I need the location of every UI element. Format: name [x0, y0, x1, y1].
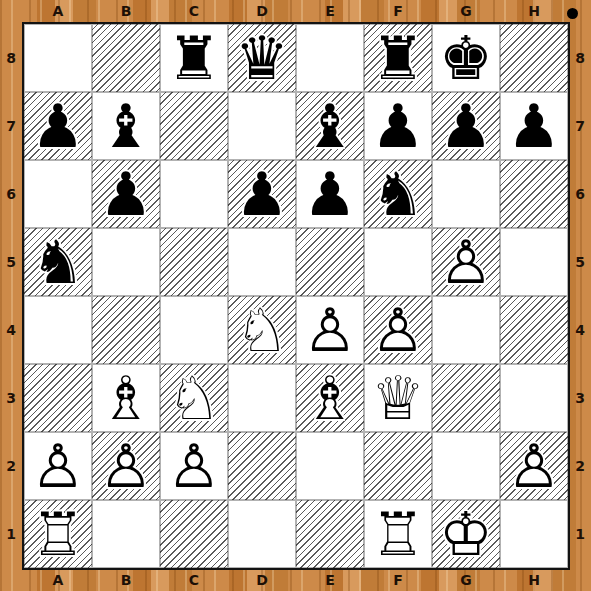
square-e5[interactable] [296, 228, 364, 296]
square-a3[interactable] [24, 364, 92, 432]
piece-fill-layer: ♟ [296, 296, 364, 364]
square-b6[interactable]: ♟♟ [92, 160, 160, 228]
square-e4[interactable]: ♟♙ [296, 296, 364, 364]
piece-fill-layer: ♟ [432, 92, 500, 160]
square-c3[interactable]: ♞♘ [160, 364, 228, 432]
file-labels-bottom: ABCDEFGH [24, 568, 568, 591]
square-d2[interactable] [228, 432, 296, 500]
piece-black-pawn-a7: ♟♟ [24, 92, 92, 160]
file-label-top-b: B [92, 0, 160, 22]
piece-fill-layer: ♚ [432, 24, 500, 92]
piece-fill-layer: ♟ [92, 432, 160, 500]
square-b8[interactable] [92, 24, 160, 92]
piece-glyph: ♖ [364, 500, 432, 568]
square-d5[interactable] [228, 228, 296, 296]
piece-black-pawn-h7: ♟♟ [500, 92, 568, 160]
piece-white-queen-f3: ♛♕ [364, 364, 432, 432]
piece-fill-layer: ♟ [24, 432, 92, 500]
file-label-bottom-f: F [364, 568, 432, 591]
piece-fill-layer: ♜ [24, 500, 92, 568]
square-d6[interactable]: ♟♟ [228, 160, 296, 228]
rank-label-left-1: 1 [0, 500, 22, 568]
piece-glyph: ♙ [432, 228, 500, 296]
piece-black-pawn-e6: ♟♟ [296, 160, 364, 228]
piece-white-bishop-b3: ♝♗ [92, 364, 160, 432]
piece-fill-layer: ♟ [228, 160, 296, 228]
rank-label-left-7: 7 [0, 92, 22, 160]
square-f5[interactable] [364, 228, 432, 296]
piece-glyph: ♜ [160, 24, 228, 92]
piece-glyph: ♔ [432, 500, 500, 568]
piece-black-pawn-g7: ♟♟ [432, 92, 500, 160]
square-h7[interactable]: ♟♟ [500, 92, 568, 160]
piece-fill-layer: ♟ [296, 160, 364, 228]
piece-white-pawn-g5: ♟♙ [432, 228, 500, 296]
piece-glyph: ♜ [364, 24, 432, 92]
piece-glyph: ♟ [24, 92, 92, 160]
piece-glyph: ♙ [364, 296, 432, 364]
square-b3[interactable]: ♝♗ [92, 364, 160, 432]
square-c5[interactable] [160, 228, 228, 296]
square-h8[interactable] [500, 24, 568, 92]
board: ♜♜♛♛♜♜♚♚♟♟♝♝♝♝♟♟♟♟♟♟♟♟♟♟♟♟♞♞♞♞♟♙♞♘♟♙♟♙♝♗… [22, 22, 570, 570]
square-g6[interactable] [432, 160, 500, 228]
piece-black-knight-a5: ♞♞ [24, 228, 92, 296]
rank-label-right-3: 3 [569, 364, 591, 432]
piece-fill-layer: ♜ [364, 500, 432, 568]
square-e3[interactable]: ♝♗ [296, 364, 364, 432]
piece-fill-layer: ♟ [500, 92, 568, 160]
square-h3[interactable] [500, 364, 568, 432]
piece-glyph: ♗ [92, 364, 160, 432]
file-label-top-h: H [500, 0, 568, 22]
square-b2[interactable]: ♟♙ [92, 432, 160, 500]
piece-fill-layer: ♟ [160, 432, 228, 500]
square-f7[interactable]: ♟♟ [364, 92, 432, 160]
square-e8[interactable] [296, 24, 364, 92]
square-g8[interactable]: ♚♚ [432, 24, 500, 92]
piece-glyph: ♚ [432, 24, 500, 92]
piece-black-queen-d8: ♛♛ [228, 24, 296, 92]
piece-white-pawn-a2: ♟♙ [24, 432, 92, 500]
piece-fill-layer: ♟ [500, 432, 568, 500]
rank-labels-left: 87654321 [0, 24, 22, 568]
piece-fill-layer: ♜ [160, 24, 228, 92]
piece-fill-layer: ♛ [364, 364, 432, 432]
piece-white-pawn-b2: ♟♙ [92, 432, 160, 500]
piece-glyph: ♟ [500, 92, 568, 160]
piece-glyph: ♟ [296, 160, 364, 228]
square-f3[interactable]: ♛♕ [364, 364, 432, 432]
piece-glyph: ♞ [364, 160, 432, 228]
piece-fill-layer: ♞ [24, 228, 92, 296]
square-c2[interactable]: ♟♙ [160, 432, 228, 500]
square-g1[interactable]: ♚♔ [432, 500, 500, 568]
piece-glyph: ♘ [160, 364, 228, 432]
square-a1[interactable]: ♜♖ [24, 500, 92, 568]
square-f8[interactable]: ♜♜ [364, 24, 432, 92]
square-c8[interactable]: ♜♜ [160, 24, 228, 92]
square-b4[interactable] [92, 296, 160, 364]
square-g3[interactable] [432, 364, 500, 432]
square-b1[interactable] [92, 500, 160, 568]
rank-label-left-6: 6 [0, 160, 22, 228]
square-g4[interactable] [432, 296, 500, 364]
piece-glyph: ♝ [92, 92, 160, 160]
piece-white-bishop-e3: ♝♗ [296, 364, 364, 432]
file-label-bottom-e: E [296, 568, 364, 591]
piece-fill-layer: ♟ [432, 228, 500, 296]
file-label-bottom-g: G [432, 568, 500, 591]
square-h4[interactable] [500, 296, 568, 364]
piece-black-pawn-d6: ♟♟ [228, 160, 296, 228]
square-a7[interactable]: ♟♟ [24, 92, 92, 160]
piece-white-pawn-c2: ♟♙ [160, 432, 228, 500]
piece-fill-layer: ♟ [364, 296, 432, 364]
piece-white-pawn-h2: ♟♙ [500, 432, 568, 500]
square-f1[interactable]: ♜♖ [364, 500, 432, 568]
piece-fill-layer: ♝ [92, 92, 160, 160]
square-c4[interactable] [160, 296, 228, 364]
square-g7[interactable]: ♟♟ [432, 92, 500, 160]
piece-glyph: ♙ [24, 432, 92, 500]
square-g2[interactable] [432, 432, 500, 500]
square-b7[interactable]: ♝♝ [92, 92, 160, 160]
rank-label-left-5: 5 [0, 228, 22, 296]
piece-fill-layer: ♞ [228, 296, 296, 364]
piece-black-knight-f6: ♞♞ [364, 160, 432, 228]
piece-fill-layer: ♝ [296, 364, 364, 432]
file-label-bottom-a: A [24, 568, 92, 591]
piece-white-pawn-f4: ♟♙ [364, 296, 432, 364]
rank-label-right-8: 8 [569, 24, 591, 92]
square-d3[interactable] [228, 364, 296, 432]
square-a4[interactable] [24, 296, 92, 364]
square-f2[interactable] [364, 432, 432, 500]
piece-black-pawn-b6: ♟♟ [92, 160, 160, 228]
file-label-bottom-b: B [92, 568, 160, 591]
rank-label-right-7: 7 [569, 92, 591, 160]
piece-glyph: ♘ [228, 296, 296, 364]
piece-glyph: ♗ [296, 364, 364, 432]
piece-fill-layer: ♚ [432, 500, 500, 568]
square-e7[interactable]: ♝♝ [296, 92, 364, 160]
piece-fill-layer: ♞ [160, 364, 228, 432]
file-label-top-a: A [24, 0, 92, 22]
piece-fill-layer: ♞ [364, 160, 432, 228]
rank-label-right-6: 6 [569, 160, 591, 228]
piece-glyph: ♙ [92, 432, 160, 500]
square-g5[interactable]: ♟♙ [432, 228, 500, 296]
file-labels-top: ABCDEFGH [24, 0, 568, 22]
square-e1[interactable] [296, 500, 364, 568]
rank-label-left-2: 2 [0, 432, 22, 500]
square-e6[interactable]: ♟♟ [296, 160, 364, 228]
square-d4[interactable]: ♞♘ [228, 296, 296, 364]
file-label-bottom-d: D [228, 568, 296, 591]
square-c1[interactable] [160, 500, 228, 568]
square-h1[interactable] [500, 500, 568, 568]
piece-glyph: ♛ [228, 24, 296, 92]
rank-label-left-4: 4 [0, 296, 22, 364]
square-f4[interactable]: ♟♙ [364, 296, 432, 364]
piece-fill-layer: ♟ [364, 92, 432, 160]
square-h2[interactable]: ♟♙ [500, 432, 568, 500]
piece-fill-layer: ♟ [92, 160, 160, 228]
file-label-top-f: F [364, 0, 432, 22]
square-h6[interactable] [500, 160, 568, 228]
square-f6[interactable]: ♞♞ [364, 160, 432, 228]
piece-glyph: ♝ [296, 92, 364, 160]
piece-black-rook-f8: ♜♜ [364, 24, 432, 92]
square-a8[interactable] [24, 24, 92, 92]
file-label-top-c: C [160, 0, 228, 22]
rank-label-right-4: 4 [569, 296, 591, 364]
file-label-top-e: E [296, 0, 364, 22]
square-h5[interactable] [500, 228, 568, 296]
rank-labels-right: 87654321 [569, 24, 591, 568]
piece-glyph: ♟ [92, 160, 160, 228]
side-to-move-dot [567, 8, 578, 19]
file-label-bottom-c: C [160, 568, 228, 591]
piece-white-rook-a1: ♜♖ [24, 500, 92, 568]
square-a2[interactable]: ♟♙ [24, 432, 92, 500]
piece-white-knight-c3: ♞♘ [160, 364, 228, 432]
piece-black-rook-c8: ♜♜ [160, 24, 228, 92]
square-a5[interactable]: ♞♞ [24, 228, 92, 296]
piece-glyph: ♙ [296, 296, 364, 364]
piece-glyph: ♙ [160, 432, 228, 500]
piece-white-rook-f1: ♜♖ [364, 500, 432, 568]
chess-diagram: ABCDEFGH ABCDEFGH 87654321 87654321 ♜♜♛♛… [0, 0, 591, 591]
file-label-bottom-h: H [500, 568, 568, 591]
piece-glyph: ♟ [364, 92, 432, 160]
piece-fill-layer: ♝ [296, 92, 364, 160]
piece-black-bishop-b7: ♝♝ [92, 92, 160, 160]
piece-black-king-g8: ♚♚ [432, 24, 500, 92]
piece-fill-layer: ♛ [228, 24, 296, 92]
piece-black-pawn-f7: ♟♟ [364, 92, 432, 160]
piece-white-knight-d4: ♞♘ [228, 296, 296, 364]
piece-glyph: ♞ [24, 228, 92, 296]
piece-glyph: ♟ [228, 160, 296, 228]
piece-white-king-g1: ♚♔ [432, 500, 500, 568]
file-label-top-g: G [432, 0, 500, 22]
square-a6[interactable] [24, 160, 92, 228]
square-c6[interactable] [160, 160, 228, 228]
rank-label-right-1: 1 [569, 500, 591, 568]
rank-label-right-2: 2 [569, 432, 591, 500]
square-d7[interactable] [228, 92, 296, 160]
rank-label-left-8: 8 [0, 24, 22, 92]
piece-glyph: ♖ [24, 500, 92, 568]
file-label-top-d: D [228, 0, 296, 22]
piece-glyph: ♟ [432, 92, 500, 160]
square-d1[interactable] [228, 500, 296, 568]
square-c7[interactable] [160, 92, 228, 160]
piece-white-pawn-e4: ♟♙ [296, 296, 364, 364]
square-b5[interactable] [92, 228, 160, 296]
rank-label-left-3: 3 [0, 364, 22, 432]
square-d8[interactable]: ♛♛ [228, 24, 296, 92]
rank-label-right-5: 5 [569, 228, 591, 296]
piece-glyph: ♙ [500, 432, 568, 500]
square-e2[interactable] [296, 432, 364, 500]
piece-black-bishop-e7: ♝♝ [296, 92, 364, 160]
piece-fill-layer: ♝ [92, 364, 160, 432]
piece-fill-layer: ♜ [364, 24, 432, 92]
piece-glyph: ♕ [364, 364, 432, 432]
piece-fill-layer: ♟ [24, 92, 92, 160]
